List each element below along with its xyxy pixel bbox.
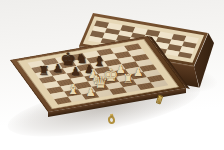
- box-square: [178, 51, 193, 58]
- board-square: [151, 80, 169, 88]
- product-photo: ♚♞♜♟♝♟♟♟♟♞♚♟♝♛♜♟: [0, 0, 224, 150]
